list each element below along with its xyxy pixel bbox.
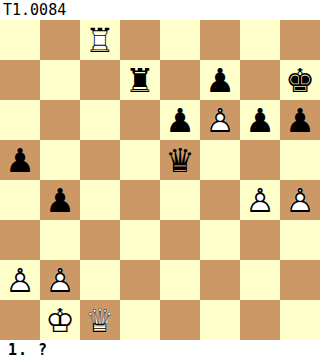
square-b7[interactable]	[40, 60, 80, 100]
piece-fill-glyph: ♚	[280, 60, 320, 100]
square-f7[interactable]: ♟	[200, 60, 240, 100]
piece-black-pawn[interactable]: ♟	[160, 100, 200, 140]
square-e7[interactable]	[160, 60, 200, 100]
square-h8[interactable]	[280, 20, 320, 60]
square-d8[interactable]	[120, 20, 160, 60]
piece-white-king[interactable]: ♚♔	[40, 300, 80, 340]
piece-white-pawn[interactable]: ♟♙	[40, 260, 80, 300]
piece-outline-glyph: ♔	[40, 300, 80, 340]
piece-fill-glyph: ♜	[120, 60, 160, 100]
square-c3[interactable]	[80, 220, 120, 260]
piece-outline-glyph: ♙	[200, 100, 240, 140]
square-a5[interactable]: ♟	[0, 140, 40, 180]
puzzle-id-label: T1.0084	[0, 0, 320, 20]
piece-fill-glyph: ♛	[160, 140, 200, 180]
square-b2[interactable]: ♟♙	[40, 260, 80, 300]
square-a7[interactable]	[0, 60, 40, 100]
square-g8[interactable]	[240, 20, 280, 60]
square-g1[interactable]	[240, 300, 280, 340]
square-a3[interactable]	[0, 220, 40, 260]
square-b3[interactable]	[40, 220, 80, 260]
square-b5[interactable]	[40, 140, 80, 180]
square-d1[interactable]	[120, 300, 160, 340]
piece-fill-glyph: ♟	[240, 100, 280, 140]
square-e1[interactable]	[160, 300, 200, 340]
square-a6[interactable]	[0, 100, 40, 140]
piece-outline-glyph: ♙	[280, 180, 320, 220]
square-f1[interactable]	[200, 300, 240, 340]
square-d6[interactable]	[120, 100, 160, 140]
square-a4[interactable]	[0, 180, 40, 220]
piece-fill-glyph: ♟	[0, 140, 40, 180]
square-g3[interactable]	[240, 220, 280, 260]
square-g5[interactable]	[240, 140, 280, 180]
piece-black-pawn[interactable]: ♟	[240, 100, 280, 140]
piece-outline-glyph: ♖	[80, 20, 120, 60]
square-c4[interactable]	[80, 180, 120, 220]
piece-black-queen[interactable]: ♛	[160, 140, 200, 180]
square-e3[interactable]	[160, 220, 200, 260]
piece-black-king[interactable]: ♚	[280, 60, 320, 100]
piece-black-pawn[interactable]: ♟	[40, 180, 80, 220]
piece-black-rook[interactable]: ♜	[120, 60, 160, 100]
piece-outline-glyph: ♕	[80, 300, 120, 340]
square-c5[interactable]	[80, 140, 120, 180]
square-b8[interactable]	[40, 20, 80, 60]
square-c7[interactable]	[80, 60, 120, 100]
piece-black-pawn[interactable]: ♟	[280, 100, 320, 140]
square-d3[interactable]	[120, 220, 160, 260]
square-b6[interactable]	[40, 100, 80, 140]
square-g2[interactable]	[240, 260, 280, 300]
square-c1[interactable]: ♛♕	[80, 300, 120, 340]
square-h3[interactable]	[280, 220, 320, 260]
piece-outline-glyph: ♙	[40, 260, 80, 300]
piece-fill-glyph: ♟	[160, 100, 200, 140]
square-e8[interactable]	[160, 20, 200, 60]
piece-white-pawn[interactable]: ♟♙	[0, 260, 40, 300]
square-h6[interactable]: ♟	[280, 100, 320, 140]
square-h2[interactable]	[280, 260, 320, 300]
square-d7[interactable]: ♜	[120, 60, 160, 100]
square-f3[interactable]	[200, 220, 240, 260]
square-e6[interactable]: ♟	[160, 100, 200, 140]
square-f6[interactable]: ♟♙	[200, 100, 240, 140]
square-f8[interactable]	[200, 20, 240, 60]
square-g4[interactable]: ♟♙	[240, 180, 280, 220]
piece-white-pawn[interactable]: ♟♙	[240, 180, 280, 220]
square-c8[interactable]: ♜♖	[80, 20, 120, 60]
piece-white-rook[interactable]: ♜♖	[80, 20, 120, 60]
square-b4[interactable]: ♟	[40, 180, 80, 220]
square-a2[interactable]: ♟♙	[0, 260, 40, 300]
chess-puzzle-window: T1.0084 ♜♖♜♟♚♟♟♙♟♟♟♛♟♟♙♟♙♟♙♟♙♚♔♛♕ 1. ?	[0, 0, 320, 360]
square-h7[interactable]: ♚	[280, 60, 320, 100]
piece-black-pawn[interactable]: ♟	[0, 140, 40, 180]
square-a8[interactable]	[0, 20, 40, 60]
piece-fill-glyph: ♟	[200, 60, 240, 100]
piece-fill-glyph: ♟	[40, 180, 80, 220]
piece-black-pawn[interactable]: ♟	[200, 60, 240, 100]
square-e4[interactable]	[160, 180, 200, 220]
square-f2[interactable]	[200, 260, 240, 300]
square-d2[interactable]	[120, 260, 160, 300]
piece-outline-glyph: ♙	[0, 260, 40, 300]
square-d4[interactable]	[120, 180, 160, 220]
square-g6[interactable]: ♟	[240, 100, 280, 140]
square-h4[interactable]: ♟♙	[280, 180, 320, 220]
square-c6[interactable]	[80, 100, 120, 140]
square-a1[interactable]	[0, 300, 40, 340]
piece-white-pawn[interactable]: ♟♙	[200, 100, 240, 140]
piece-outline-glyph: ♙	[240, 180, 280, 220]
square-g7[interactable]	[240, 60, 280, 100]
square-b1[interactable]: ♚♔	[40, 300, 80, 340]
square-f5[interactable]	[200, 140, 240, 180]
chess-board: ♜♖♜♟♚♟♟♙♟♟♟♛♟♟♙♟♙♟♙♟♙♚♔♛♕	[0, 20, 320, 340]
square-h1[interactable]	[280, 300, 320, 340]
square-e5[interactable]: ♛	[160, 140, 200, 180]
square-c2[interactable]	[80, 260, 120, 300]
square-d5[interactable]	[120, 140, 160, 180]
move-prompt: 1. ?	[0, 340, 320, 360]
piece-white-pawn[interactable]: ♟♙	[280, 180, 320, 220]
square-f4[interactable]	[200, 180, 240, 220]
square-e2[interactable]	[160, 260, 200, 300]
piece-white-queen[interactable]: ♛♕	[80, 300, 120, 340]
piece-fill-glyph: ♟	[280, 100, 320, 140]
square-h5[interactable]	[280, 140, 320, 180]
